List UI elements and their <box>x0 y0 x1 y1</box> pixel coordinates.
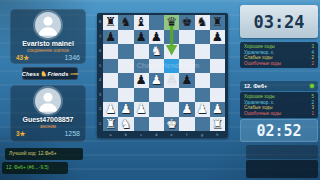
square-a8[interactable]: ♜ <box>103 15 118 30</box>
analysis-row-value: 3 <box>311 44 314 49</box>
square-a7[interactable]: ♟ <box>103 30 118 45</box>
board-grid: ♞ ChessFriends.com ♜♞♝♛♚♞♜♟♟♟♟♞♟♟♙♟♟♟♟♟♟… <box>103 15 225 131</box>
chessfriends-logo[interactable]: Chess♞Friends.com <box>22 67 78 80</box>
square-d7[interactable]: ♟ <box>149 30 164 45</box>
player-status-top: соединение шаткое <box>10 48 86 53</box>
piece-wP-b2[interactable]: ♟ <box>120 103 131 116</box>
analysis-panel-top: Хорошие ходы3Удовлетвор. х.4Слабые ходы2… <box>240 42 318 68</box>
piece-bP-c4[interactable]: ♟ <box>136 74 147 87</box>
logo-text-2: Friends <box>47 71 68 77</box>
player-card-bottom: Guest47008857 аноним 3★ 1258 <box>10 85 86 142</box>
piece-wP-a2[interactable]: ♟ <box>105 103 116 116</box>
piece-bQ-e8[interactable]: ♛ <box>166 16 177 29</box>
square-f6[interactable] <box>179 44 194 59</box>
player-stars-bottom: 3★ <box>16 130 25 138</box>
square-h8[interactable]: ♜ <box>210 15 225 30</box>
player-rating-top: 1346 <box>64 54 80 61</box>
square-h4[interactable] <box>210 73 225 88</box>
current-move-line[interactable]: 12. Фе6+ <box>240 81 318 91</box>
square-g1[interactable] <box>195 117 210 132</box>
file-labels: abcdefgh <box>103 131 225 138</box>
square-b6[interactable] <box>118 44 133 59</box>
piece-wP-f2[interactable]: ♟ <box>181 103 192 116</box>
square-d1[interactable] <box>149 117 164 132</box>
square-g4[interactable] <box>195 73 210 88</box>
piece-bB-c8[interactable]: ♝ <box>136 16 147 29</box>
square-c5[interactable] <box>134 59 149 74</box>
chess-board: 87654321 abcdefgh ♞ ChessFriends.com ♜♞♝… <box>97 13 228 138</box>
analysis-row-value: 3 <box>311 105 314 110</box>
chess-app-window: Evaristo mainel соединение шаткое 43★ 13… <box>0 0 320 180</box>
square-f7[interactable] <box>179 30 194 45</box>
analysis-row-label: Хорошие ходы <box>244 44 275 49</box>
piece-wP-c2[interactable]: ♟ <box>136 103 147 116</box>
square-d6[interactable]: ♞ <box>149 44 164 59</box>
player-stars-top: 43★ <box>16 54 29 62</box>
square-d4[interactable]: ♟ <box>149 73 164 88</box>
square-a1[interactable]: ♜ <box>103 117 118 132</box>
square-e5[interactable] <box>164 59 179 74</box>
square-b3[interactable] <box>118 88 133 103</box>
file-label: a <box>103 131 118 138</box>
analysis-row-value: 5 <box>311 94 314 99</box>
piece-bR-h8[interactable]: ♜ <box>212 16 223 29</box>
best-move-eval: 12. Фе6+ (#6→-9.5) <box>2 162 68 174</box>
square-e6[interactable] <box>164 44 179 59</box>
logo-text-1: Chess <box>22 71 39 77</box>
square-f5[interactable] <box>179 59 194 74</box>
square-e4[interactable]: ♙ <box>164 73 179 88</box>
analysis-row: Удовлетвор. х.4 <box>244 50 314 55</box>
file-label: d <box>149 131 164 138</box>
piece-bP-a7[interactable]: ♟ <box>105 31 116 44</box>
square-a5[interactable] <box>103 59 118 74</box>
file-label: h <box>210 131 225 138</box>
analysis-row: Слабые ходы3 <box>244 105 314 110</box>
square-g2[interactable]: ♟ <box>195 102 210 117</box>
square-e2[interactable] <box>164 102 179 117</box>
square-d2[interactable] <box>149 102 164 117</box>
square-g6[interactable] <box>195 44 210 59</box>
file-label: g <box>195 131 210 138</box>
piece-wN-b1[interactable]: ♞ <box>120 118 131 131</box>
square-a2[interactable]: ♟ <box>103 102 118 117</box>
analysis-row: Слабые ходы2 <box>244 55 314 60</box>
square-h3[interactable] <box>210 88 225 103</box>
player-card-top: Evaristo mainel соединение шаткое 43★ 13… <box>10 9 86 64</box>
analysis-row-label: Слабые ходы <box>244 55 272 60</box>
piece-wK-e1[interactable]: ♚ <box>166 118 177 131</box>
clock-bottom: 02:52 <box>240 119 318 142</box>
analysis-row: Хорошие ходы5 <box>244 94 314 99</box>
square-b2[interactable]: ♟ <box>118 102 133 117</box>
square-c4[interactable]: ♟ <box>134 73 149 88</box>
square-f8[interactable]: ♚ <box>179 15 194 30</box>
square-a3[interactable] <box>103 88 118 103</box>
player-rating-bottom: 1258 <box>64 130 80 137</box>
analysis-row-label: Ошибочные ходы <box>244 61 281 66</box>
square-h7[interactable]: ♟ <box>210 30 225 45</box>
square-d3[interactable] <box>149 88 164 103</box>
square-b8[interactable]: ♞ <box>118 15 133 30</box>
best-move-banner: Лучший ход: 12.Фе6+ <box>5 148 83 160</box>
analysis-row-label: Удовлетвор. х. <box>244 50 274 55</box>
piece-wR-a1[interactable]: ♜ <box>105 118 116 131</box>
square-c2[interactable]: ♟ <box>134 102 149 117</box>
analysis-row-value: 2 <box>311 55 314 60</box>
piece-bK-f8[interactable]: ♚ <box>181 16 192 29</box>
square-e3[interactable] <box>164 88 179 103</box>
square-h5[interactable] <box>210 59 225 74</box>
analysis-row: Удовлетвор. х.2 <box>244 100 314 105</box>
side-panel-lower[interactable] <box>246 160 318 178</box>
side-panel-upper[interactable] <box>246 145 318 159</box>
analysis-row: Ошибочные ходы2 <box>244 61 314 66</box>
square-g7[interactable] <box>195 30 210 45</box>
square-h1[interactable]: ♜ <box>210 117 225 132</box>
square-f1[interactable] <box>179 117 194 132</box>
analysis-row-value: 4 <box>311 50 314 55</box>
piece-wR-h1[interactable]: ♜ <box>212 118 223 131</box>
square-b5[interactable] <box>118 59 133 74</box>
move-text: 12. Фе6+ <box>244 83 267 89</box>
avatar-bottom[interactable] <box>35 88 61 114</box>
analysis-row-label: Удовлетвор. х. <box>244 100 274 105</box>
piece-wN-d6[interactable]: ♞ <box>151 45 162 58</box>
clock-top: 03:24 <box>240 5 318 38</box>
knight-logo-icon: ♞ <box>40 70 46 78</box>
analysis-row: Ошибочные ходы1 <box>244 111 314 116</box>
piece-wPg-e4[interactable]: ♙ <box>166 74 177 86</box>
analysis-panel-bottom: Хорошие ходы5Удовлетвор. х.2Слабые ходы3… <box>240 92 318 118</box>
player-name-bottom: Guest47008857 <box>10 116 86 123</box>
square-a6[interactable] <box>103 44 118 59</box>
piece-bR-a8[interactable]: ♜ <box>105 16 116 29</box>
avatar-top[interactable] <box>35 12 61 38</box>
analysis-row-value: 1 <box>311 111 314 116</box>
analysis-row-label: Слабые ходы <box>244 105 272 110</box>
file-label: c <box>134 131 149 138</box>
square-h6[interactable] <box>210 44 225 59</box>
square-f3[interactable] <box>179 88 194 103</box>
square-e7[interactable] <box>164 30 179 45</box>
square-f4[interactable]: ♟ <box>179 73 194 88</box>
square-c1[interactable] <box>134 117 149 132</box>
square-h2[interactable]: ♟ <box>210 102 225 117</box>
square-c3[interactable] <box>134 88 149 103</box>
piece-bP-d7[interactable]: ♟ <box>151 31 162 44</box>
piece-bN-g8[interactable]: ♞ <box>197 16 208 29</box>
player-status-bottom: аноним <box>10 124 86 129</box>
analysis-row-value: 2 <box>311 61 314 66</box>
piece-wP-g2[interactable]: ♟ <box>197 103 208 116</box>
logo-text-3: .com <box>69 72 78 76</box>
file-label: f <box>179 131 194 138</box>
square-g5[interactable] <box>195 59 210 74</box>
square-g8[interactable]: ♞ <box>195 15 210 30</box>
analysis-row-label: Хорошие ходы <box>244 94 275 99</box>
move-quality-dot-icon <box>310 84 314 88</box>
file-label: e <box>164 131 179 138</box>
square-b7[interactable] <box>118 30 133 45</box>
square-f2[interactable]: ♟ <box>179 102 194 117</box>
piece-bP-f4[interactable]: ♟ <box>181 74 192 87</box>
square-d8[interactable] <box>149 15 164 30</box>
analysis-row: Хорошие ходы3 <box>244 44 314 49</box>
piece-bN-b8[interactable]: ♞ <box>120 16 131 29</box>
square-a4[interactable] <box>103 73 118 88</box>
piece-wP-d4[interactable]: ♟ <box>151 74 162 87</box>
square-c6[interactable] <box>134 44 149 59</box>
piece-wP-h2[interactable]: ♟ <box>212 103 223 116</box>
square-d5[interactable] <box>149 59 164 74</box>
square-b1[interactable]: ♞ <box>118 117 133 132</box>
square-c8[interactable]: ♝ <box>134 15 149 30</box>
square-e1[interactable]: ♚ <box>164 117 179 132</box>
square-c7[interactable]: ♟ <box>134 30 149 45</box>
piece-bP-c7[interactable]: ♟ <box>136 31 147 44</box>
player-name-top: Evaristo mainel <box>10 40 86 47</box>
analysis-row-value: 2 <box>311 100 314 105</box>
square-e8[interactable]: ♛ <box>164 15 179 30</box>
file-label: b <box>118 131 133 138</box>
square-g3[interactable] <box>195 88 210 103</box>
analysis-row-label: Ошибочные ходы <box>244 111 281 116</box>
piece-bP-h7[interactable]: ♟ <box>212 31 223 44</box>
square-b4[interactable] <box>118 73 133 88</box>
